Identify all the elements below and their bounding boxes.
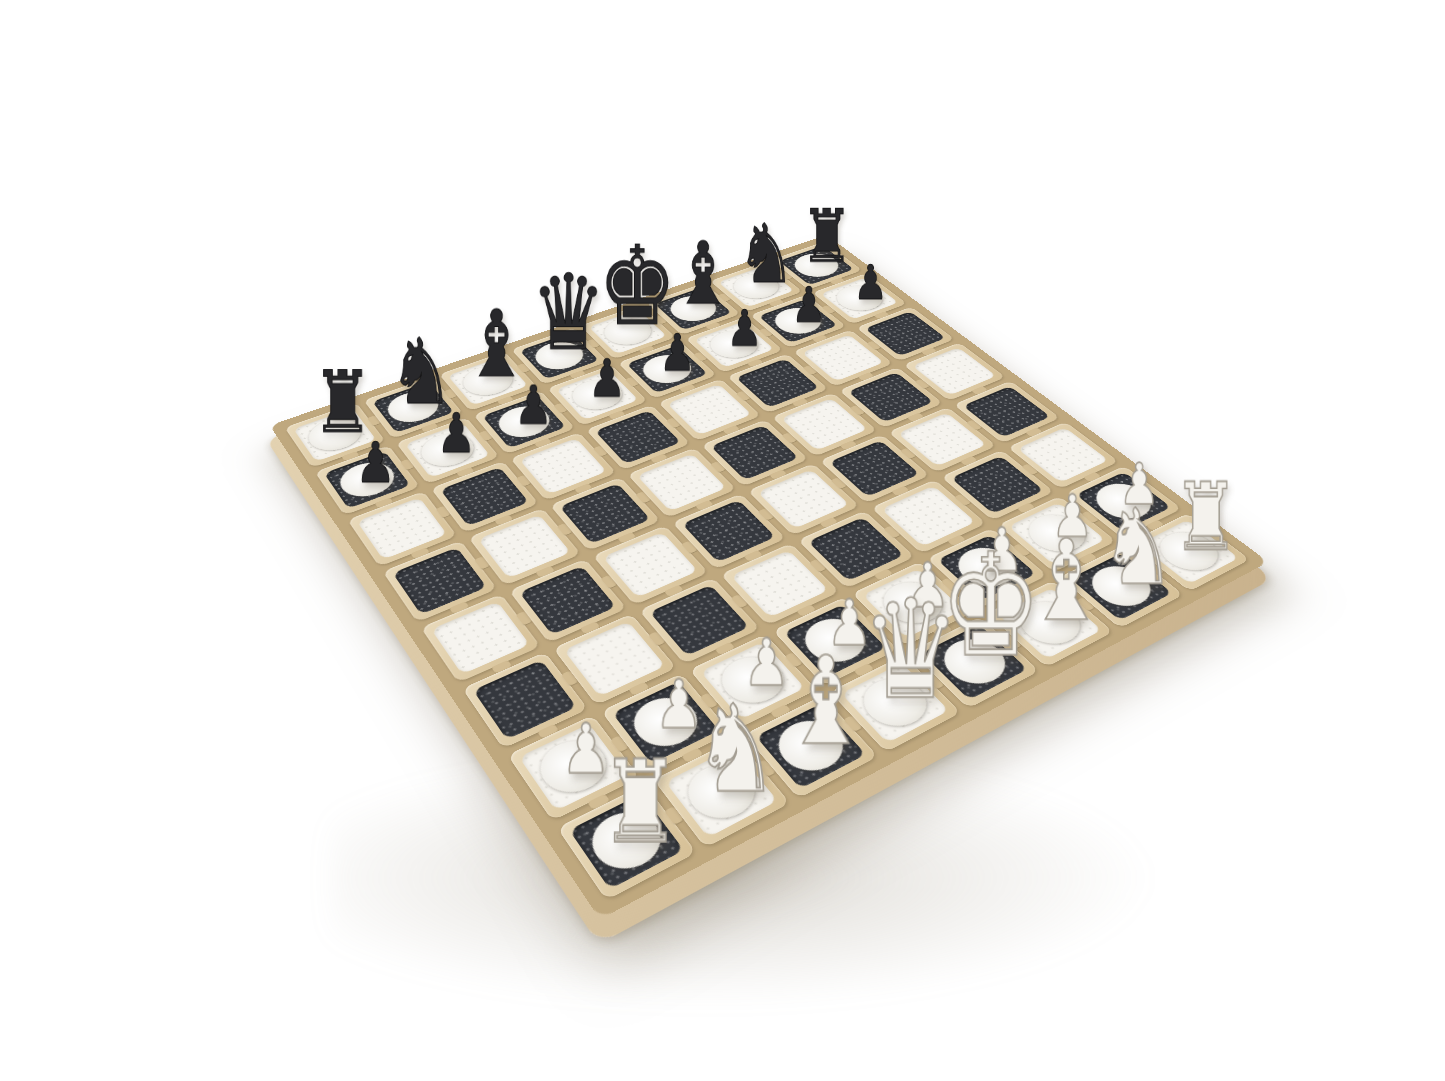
piece-white-knight-g1[interactable]: ♞ bbox=[1101, 496, 1176, 600]
piece-black-pawn-a7[interactable]: ♟ bbox=[356, 435, 396, 491]
piece-white-rook-h1[interactable]: ♜ bbox=[1173, 471, 1240, 564]
connector-tab bbox=[723, 425, 740, 434]
piece-black-pawn-b7[interactable]: ♟ bbox=[437, 406, 476, 461]
connector-tab bbox=[809, 559, 827, 572]
piece-black-pawn-e7[interactable]: ♟ bbox=[659, 328, 696, 379]
light-square-pad bbox=[637, 454, 727, 512]
piece-black-rook-h8[interactable]: ♜ bbox=[801, 200, 853, 273]
dark-square-pad bbox=[682, 500, 776, 562]
connector-tab bbox=[553, 403, 567, 413]
piece-black-pawn-g7[interactable]: ♟ bbox=[792, 281, 827, 330]
connector-tab bbox=[891, 486, 909, 496]
piece-white-rook-a1[interactable]: ♜ bbox=[600, 746, 682, 860]
connector-tab bbox=[758, 508, 775, 520]
dark-square-pad bbox=[595, 410, 681, 464]
dark-square-pad bbox=[650, 585, 750, 656]
light-square-pad bbox=[431, 601, 529, 674]
connector-tab bbox=[557, 523, 573, 536]
dark-square-pad bbox=[560, 483, 651, 544]
product-photo-scene: ♜♞♝♛♚♝♞♜♟♟♟♟♟♟♟♟♟♟♟♟♟♟♟♟♜♞♝♛♚♝♞♜ bbox=[0, 0, 1445, 1081]
light-square-pad bbox=[520, 438, 607, 494]
piece-white-knight-b1[interactable]: ♞ bbox=[693, 690, 779, 810]
piece-black-pawn-c7[interactable]: ♟ bbox=[514, 379, 552, 432]
piece-black-pawn-d7[interactable]: ♟ bbox=[589, 353, 626, 405]
piece-white-queen-d1[interactable]: ♛ bbox=[862, 582, 960, 719]
light-square-pad bbox=[357, 498, 447, 560]
board-perspective-wrap: ♜♞♝♛♚♝♞♜♟♟♟♟♟♟♟♟♟♟♟♟♟♟♟♟♜♞♝♛♚♝♞♜ bbox=[382, 130, 1102, 850]
piece-white-bishop-c1[interactable]: ♝ bbox=[783, 641, 870, 763]
dark-square-pad bbox=[519, 566, 616, 635]
dark-square-pad bbox=[440, 467, 529, 526]
connector-tab bbox=[883, 526, 900, 539]
light-square-pad bbox=[478, 515, 571, 579]
piece-black-bishop-f8[interactable]: ♝ bbox=[672, 231, 734, 317]
light-square-pad bbox=[564, 621, 665, 696]
piece-black-pawn-h7[interactable]: ♟ bbox=[854, 259, 888, 307]
piece-black-knight-g8[interactable]: ♞ bbox=[737, 214, 795, 295]
piece-black-pawn-f7[interactable]: ♟ bbox=[727, 304, 763, 354]
connector-tab bbox=[874, 311, 890, 319]
